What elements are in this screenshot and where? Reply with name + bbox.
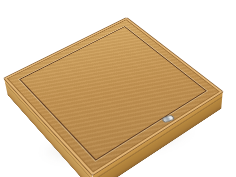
- chess-set-photo: [0, 0, 236, 177]
